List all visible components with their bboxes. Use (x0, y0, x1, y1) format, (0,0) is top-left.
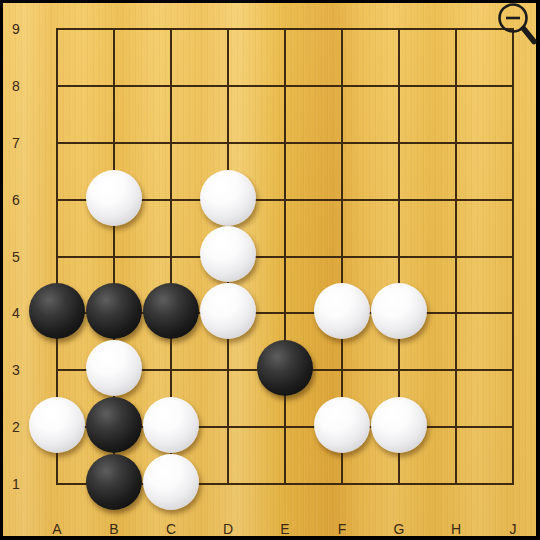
col-label-E: E (275, 520, 295, 538)
point-H5[interactable] (428, 228, 485, 285)
point-G1[interactable] (371, 456, 428, 513)
point-J5[interactable] (485, 228, 540, 285)
point-A7[interactable] (29, 114, 86, 171)
col-label-H: H (446, 520, 466, 538)
point-B1[interactable] (86, 456, 143, 513)
point-A3[interactable] (29, 342, 86, 399)
point-C2[interactable] (143, 399, 200, 456)
point-D4[interactable] (200, 285, 257, 342)
stone-white-B6 (86, 170, 142, 226)
point-F6[interactable] (314, 171, 371, 228)
point-F2[interactable] (314, 399, 371, 456)
point-C1[interactable] (143, 456, 200, 513)
point-E7[interactable] (257, 114, 314, 171)
row-label-5: 5 (6, 248, 26, 266)
point-J6[interactable] (485, 171, 540, 228)
go-board-grid (29, 1, 540, 513)
point-G7[interactable] (371, 114, 428, 171)
row-label-4: 4 (6, 304, 26, 322)
point-D7[interactable] (200, 114, 257, 171)
point-B3[interactable] (86, 342, 143, 399)
point-H7[interactable] (428, 114, 485, 171)
point-E4[interactable] (257, 285, 314, 342)
point-A9[interactable] (29, 1, 86, 58)
stone-black-A4 (29, 283, 85, 339)
point-E2[interactable] (257, 399, 314, 456)
stone-white-D5 (200, 226, 256, 282)
stone-white-D4 (200, 283, 256, 339)
go-app-screen: 987654321ABCDEFGHJ (0, 0, 540, 540)
point-D6[interactable] (200, 171, 257, 228)
stone-white-F2 (314, 397, 370, 453)
point-E5[interactable] (257, 228, 314, 285)
point-H3[interactable] (428, 342, 485, 399)
stone-white-G2 (371, 397, 427, 453)
point-C8[interactable] (143, 57, 200, 114)
point-G4[interactable] (371, 285, 428, 342)
stone-white-A2 (29, 397, 85, 453)
point-J4[interactable] (485, 285, 540, 342)
point-E6[interactable] (257, 171, 314, 228)
stone-white-C1 (143, 454, 199, 510)
row-label-7: 7 (6, 134, 26, 152)
col-label-C: C (161, 520, 181, 538)
point-B8[interactable] (86, 57, 143, 114)
point-D5[interactable] (200, 228, 257, 285)
point-B7[interactable] (86, 114, 143, 171)
point-G5[interactable] (371, 228, 428, 285)
point-H2[interactable] (428, 399, 485, 456)
row-label-1: 1 (6, 475, 26, 493)
stone-white-G4 (371, 283, 427, 339)
point-H6[interactable] (428, 171, 485, 228)
stone-white-B3 (86, 340, 142, 396)
point-F3[interactable] (314, 342, 371, 399)
stone-black-B1 (86, 454, 142, 510)
point-D9[interactable] (200, 1, 257, 58)
point-J8[interactable] (485, 57, 540, 114)
row-label-9: 9 (6, 20, 26, 38)
stone-black-B2 (86, 397, 142, 453)
point-A2[interactable] (29, 399, 86, 456)
magnifier-handle (524, 29, 535, 42)
stone-black-C4 (143, 283, 199, 339)
point-J3[interactable] (485, 342, 540, 399)
row-label-6: 6 (6, 191, 26, 209)
point-D8[interactable] (200, 57, 257, 114)
point-F4[interactable] (314, 285, 371, 342)
point-G9[interactable] (371, 1, 428, 58)
point-A8[interactable] (29, 57, 86, 114)
point-C7[interactable] (143, 114, 200, 171)
point-D1[interactable] (200, 456, 257, 513)
col-label-D: D (218, 520, 238, 538)
point-A6[interactable] (29, 171, 86, 228)
point-F1[interactable] (314, 456, 371, 513)
col-label-G: G (389, 520, 409, 538)
point-G8[interactable] (371, 57, 428, 114)
point-C6[interactable] (143, 171, 200, 228)
point-H9[interactable] (428, 1, 485, 58)
row-label-3: 3 (6, 361, 26, 379)
row-label-2: 2 (6, 418, 26, 436)
point-J7[interactable] (485, 114, 540, 171)
point-G6[interactable] (371, 171, 428, 228)
point-C5[interactable] (143, 228, 200, 285)
point-A5[interactable] (29, 228, 86, 285)
stone-white-F4 (314, 283, 370, 339)
point-B2[interactable] (86, 399, 143, 456)
stone-white-D6 (200, 170, 256, 226)
point-G2[interactable] (371, 399, 428, 456)
point-D2[interactable] (200, 399, 257, 456)
point-A4[interactable] (29, 285, 86, 342)
point-C4[interactable] (143, 285, 200, 342)
point-F9[interactable] (314, 1, 371, 58)
point-C3[interactable] (143, 342, 200, 399)
point-E3[interactable] (257, 342, 314, 399)
col-label-B: B (104, 520, 124, 538)
point-H8[interactable] (428, 57, 485, 114)
zoom-out-icon[interactable] (494, 0, 540, 45)
stone-black-E3 (257, 340, 313, 396)
point-F8[interactable] (314, 57, 371, 114)
point-E9[interactable] (257, 1, 314, 58)
stone-black-B4 (86, 283, 142, 339)
point-H4[interactable] (428, 285, 485, 342)
stone-white-C2 (143, 397, 199, 453)
row-label-8: 8 (6, 77, 26, 95)
col-label-J: J (503, 520, 523, 538)
col-label-F: F (332, 520, 352, 538)
point-B9[interactable] (86, 1, 143, 58)
point-F5[interactable] (314, 228, 371, 285)
point-E1[interactable] (257, 456, 314, 513)
point-B6[interactable] (86, 171, 143, 228)
point-A1[interactable] (29, 456, 86, 513)
col-label-A: A (47, 520, 67, 538)
point-J1[interactable] (485, 456, 540, 513)
point-E8[interactable] (257, 57, 314, 114)
point-F7[interactable] (314, 114, 371, 171)
point-C9[interactable] (143, 1, 200, 58)
point-H1[interactable] (428, 456, 485, 513)
point-G3[interactable] (371, 342, 428, 399)
point-D3[interactable] (200, 342, 257, 399)
point-B5[interactable] (86, 228, 143, 285)
point-J2[interactable] (485, 399, 540, 456)
point-B4[interactable] (86, 285, 143, 342)
